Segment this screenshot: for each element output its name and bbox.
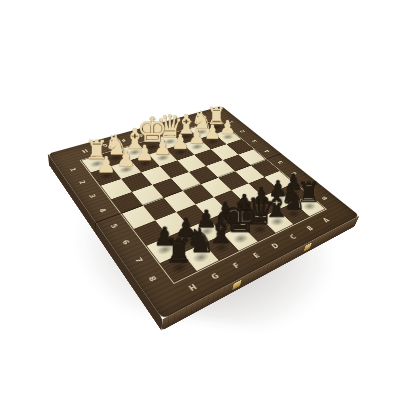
file-label: C (288, 233, 298, 240)
rank-label: 6 (121, 239, 132, 246)
rank-label: 8 (321, 196, 329, 201)
rank-label: 5 (276, 160, 284, 164)
file-label: D (270, 242, 280, 250)
rank-label: 5 (109, 223, 119, 229)
rank-label: 8 (147, 275, 158, 283)
piece-white-pawn: ♟ (135, 143, 154, 163)
rank-label: 4 (98, 208, 108, 214)
rank-label: 3 (251, 139, 259, 143)
file-label: H (187, 283, 198, 293)
file-label: E (252, 252, 262, 260)
rank-label: 1 (68, 167, 77, 172)
file-label: F (232, 262, 242, 270)
file-label: A (321, 217, 330, 224)
rank-label: 4 (263, 149, 271, 153)
piece-white-pawn: ♟ (188, 128, 206, 147)
piece-white-pawn: ♟ (204, 123, 221, 141)
rank-label: 7 (133, 256, 144, 263)
chess-set-product-photo: HGFEDCBA HGFEDCBA 12345678 12345678 ♜♞♝♚… (0, 0, 400, 400)
piece-white-pawn: ♟ (154, 138, 172, 158)
piece-white-pawn: ♟ (116, 149, 135, 169)
piece-black-rook: ♜ (164, 236, 194, 267)
rank-label: 2 (239, 129, 246, 133)
rank-label: 3 (87, 193, 97, 199)
piece-white-pawn: ♟ (96, 155, 116, 176)
piece-white-pawn: ♟ (171, 133, 189, 152)
file-label: G (210, 272, 221, 281)
file-label: B (305, 225, 315, 232)
rank-label: 2 (78, 180, 87, 185)
